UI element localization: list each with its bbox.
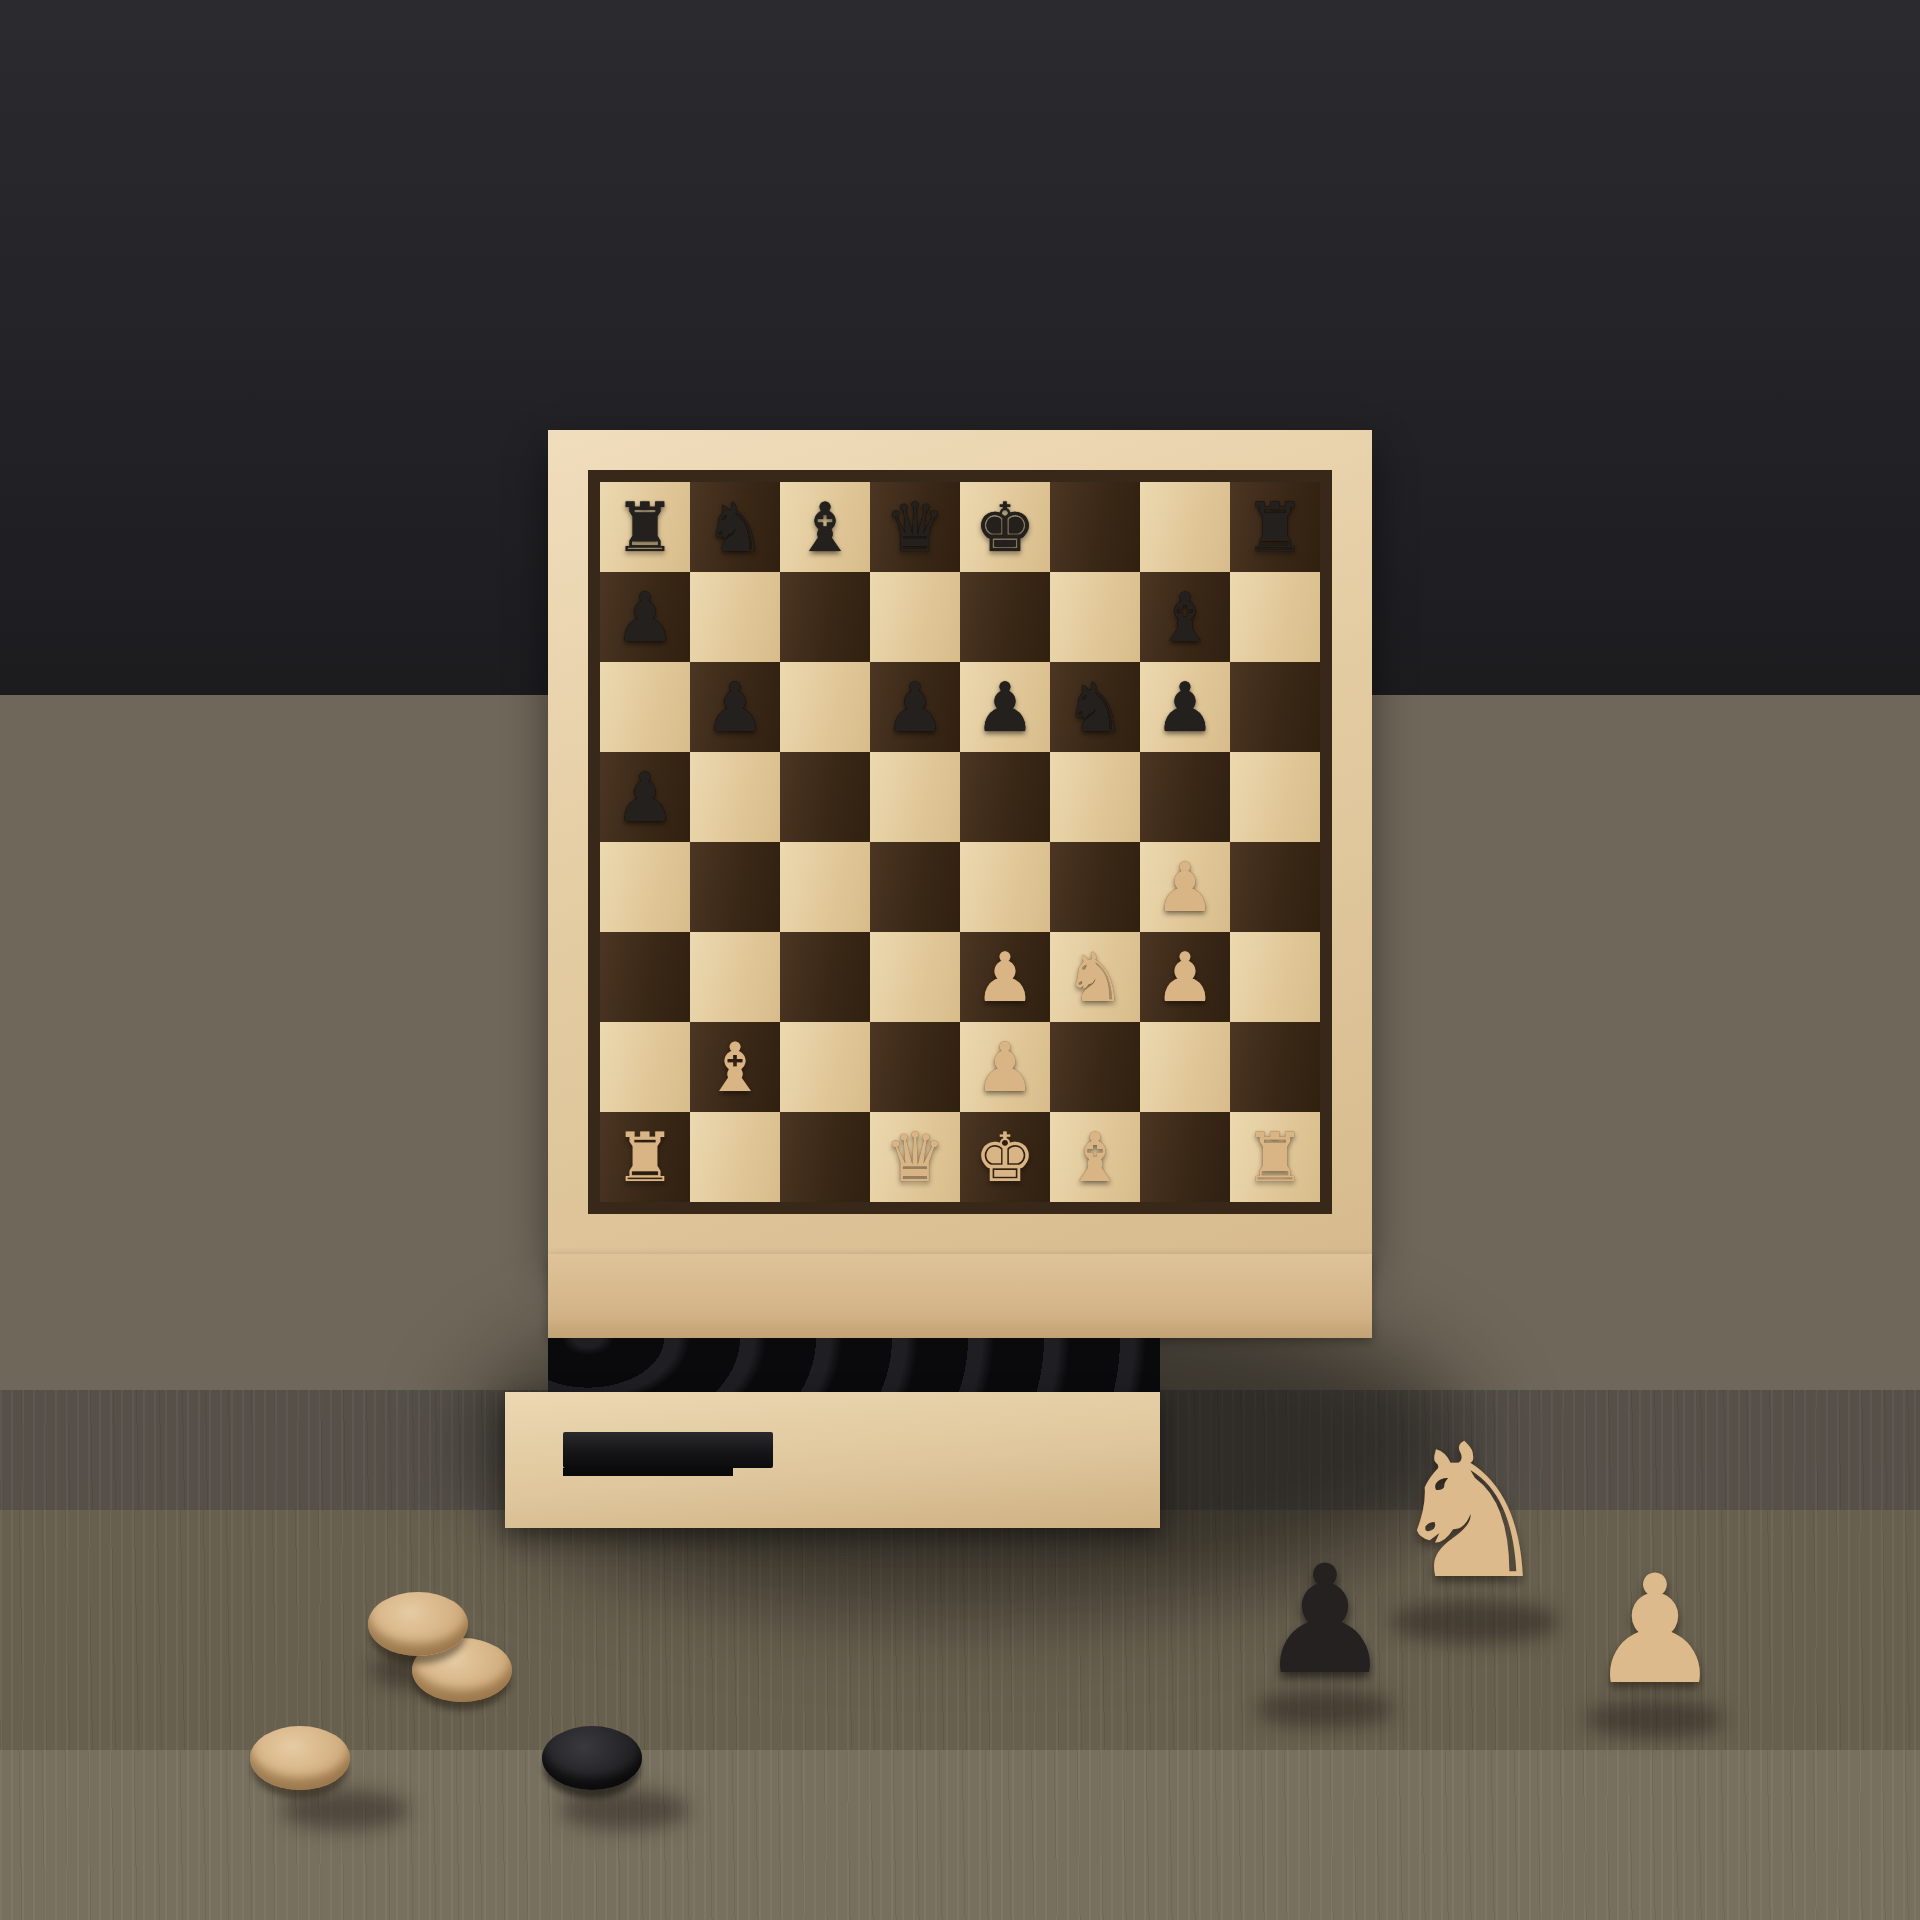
square-f3[interactable]: ♞ <box>1050 932 1140 1022</box>
pawn-icon: ♟ <box>1580 1555 1730 1705</box>
square-h6[interactable] <box>1230 662 1320 752</box>
white-rook-h1[interactable]: ♜ <box>1230 1112 1320 1202</box>
square-f1[interactable]: ♝ <box>1050 1112 1140 1202</box>
square-h3[interactable] <box>1230 932 1320 1022</box>
black-pawn-off-board[interactable]: ♟ <box>1250 1545 1400 1695</box>
square-b3[interactable] <box>690 932 780 1022</box>
square-d3[interactable] <box>870 932 960 1022</box>
square-b5[interactable] <box>690 752 780 842</box>
knight-icon: ♞ <box>1380 1420 1560 1605</box>
white-knight-off-board[interactable]: ♞ <box>1380 1420 1560 1605</box>
square-f8[interactable] <box>1050 482 1140 572</box>
square-g8[interactable] <box>1140 482 1230 572</box>
square-e7[interactable] <box>960 572 1050 662</box>
square-e8[interactable]: ♚ <box>960 482 1050 572</box>
white-pawn-off-board[interactable]: ♟ <box>1580 1555 1730 1705</box>
square-g4[interactable]: ♟ <box>1140 842 1230 932</box>
square-f2[interactable] <box>1050 1022 1140 1112</box>
square-a6[interactable] <box>600 662 690 752</box>
square-e1[interactable]: ♚ <box>960 1112 1050 1202</box>
square-a2[interactable] <box>600 1022 690 1112</box>
square-d8[interactable]: ♛ <box>870 482 960 572</box>
square-g6[interactable]: ♟ <box>1140 662 1230 752</box>
black-pawn-b6[interactable]: ♟ <box>690 662 780 752</box>
black-pawn-a5[interactable]: ♟ <box>600 752 690 842</box>
black-rook-h8[interactable]: ♜ <box>1230 482 1320 572</box>
white-rook-a1[interactable]: ♜ <box>600 1112 690 1202</box>
white-king-e1[interactable]: ♚ <box>960 1112 1050 1202</box>
white-queen-d1[interactable]: ♛ <box>870 1112 960 1202</box>
drawer-handle[interactable] <box>563 1432 773 1468</box>
square-b7[interactable] <box>690 572 780 662</box>
square-g3[interactable]: ♟ <box>1140 932 1230 1022</box>
board-frame: ♜♞♝♛♚♜♟♝♟♟♟♞♟♟♟♟♞♟♝♟♜♛♚♝♜ <box>548 430 1372 1254</box>
white-pawn-g4[interactable]: ♟ <box>1140 842 1230 932</box>
black-pawn-e6[interactable]: ♟ <box>960 662 1050 752</box>
white-bishop-f1[interactable]: ♝ <box>1050 1112 1140 1202</box>
square-e5[interactable] <box>960 752 1050 842</box>
square-c1[interactable] <box>780 1112 870 1202</box>
scene: ♜♞♝♛♚♜♟♝♟♟♟♞♟♟♟♟♞♟♝♟♜♛♚♝♜ ♞ ♟ ♟ <box>0 0 1920 1920</box>
white-bishop-b2[interactable]: ♝ <box>690 1022 780 1112</box>
square-f4[interactable] <box>1050 842 1140 932</box>
square-e2[interactable]: ♟ <box>960 1022 1050 1112</box>
black-knight-b8[interactable]: ♞ <box>690 482 780 572</box>
square-c7[interactable] <box>780 572 870 662</box>
square-f6[interactable]: ♞ <box>1050 662 1140 752</box>
square-e6[interactable]: ♟ <box>960 662 1050 752</box>
checker-disc-light-left[interactable] <box>250 1726 350 1790</box>
walnut-border-band: ♜♞♝♛♚♜♟♝♟♟♟♞♟♟♟♟♞♟♝♟♜♛♚♝♜ <box>588 470 1332 1214</box>
square-d5[interactable] <box>870 752 960 842</box>
square-g2[interactable] <box>1140 1022 1230 1112</box>
square-a7[interactable]: ♟ <box>600 572 690 662</box>
square-h8[interactable]: ♜ <box>1230 482 1320 572</box>
white-knight-f3[interactable]: ♞ <box>1050 932 1140 1022</box>
black-pawn-a7[interactable]: ♟ <box>600 572 690 662</box>
square-b6[interactable]: ♟ <box>690 662 780 752</box>
square-d2[interactable] <box>870 1022 960 1112</box>
square-h4[interactable] <box>1230 842 1320 932</box>
square-c5[interactable] <box>780 752 870 842</box>
white-pawn-e2[interactable]: ♟ <box>960 1022 1050 1112</box>
white-pawn-e3[interactable]: ♟ <box>960 932 1050 1022</box>
square-c3[interactable] <box>780 932 870 1022</box>
box-front-face <box>548 1254 1372 1338</box>
disc-shadow <box>280 1790 410 1830</box>
square-a4[interactable] <box>600 842 690 932</box>
black-king-e8[interactable]: ♚ <box>960 482 1050 572</box>
square-f5[interactable] <box>1050 752 1140 842</box>
chess-board[interactable]: ♜♞♝♛♚♜♟♝♟♟♟♞♟♟♟♟♞♟♝♟♜♛♚♝♜ <box>600 482 1320 1202</box>
square-h1[interactable]: ♜ <box>1230 1112 1320 1202</box>
checker-disc-dark[interactable] <box>542 1726 642 1790</box>
square-a8[interactable]: ♜ <box>600 482 690 572</box>
square-d4[interactable] <box>870 842 960 932</box>
square-e4[interactable] <box>960 842 1050 932</box>
disc-shadow <box>560 1790 690 1830</box>
square-a1[interactable]: ♜ <box>600 1112 690 1202</box>
square-c8[interactable]: ♝ <box>780 482 870 572</box>
square-d1[interactable]: ♛ <box>870 1112 960 1202</box>
black-knight-f6[interactable]: ♞ <box>1050 662 1140 752</box>
black-pawn-g6[interactable]: ♟ <box>1140 662 1230 752</box>
square-f7[interactable] <box>1050 572 1140 662</box>
checker-disc-light-upper[interactable] <box>368 1592 468 1656</box>
square-g7[interactable]: ♝ <box>1140 572 1230 662</box>
square-b8[interactable]: ♞ <box>690 482 780 572</box>
square-h7[interactable] <box>1230 572 1320 662</box>
square-c4[interactable] <box>780 842 870 932</box>
black-rook-a8[interactable]: ♜ <box>600 482 690 572</box>
square-b1[interactable] <box>690 1112 780 1202</box>
square-b4[interactable] <box>690 842 780 932</box>
square-h5[interactable] <box>1230 752 1320 842</box>
white-pawn-g3[interactable]: ♟ <box>1140 932 1230 1022</box>
square-e3[interactable]: ♟ <box>960 932 1050 1022</box>
black-bishop-c8[interactable]: ♝ <box>780 482 870 572</box>
square-c6[interactable] <box>780 662 870 752</box>
pawn-icon: ♟ <box>1250 1545 1400 1695</box>
black-bishop-g7[interactable]: ♝ <box>1140 572 1230 662</box>
black-queen-d8[interactable]: ♛ <box>870 482 960 572</box>
square-d7[interactable] <box>870 572 960 662</box>
square-a3[interactable] <box>600 932 690 1022</box>
square-g5[interactable] <box>1140 752 1230 842</box>
drawer-tray-slots <box>548 1338 1160 1392</box>
black-pawn-d6[interactable]: ♟ <box>870 662 960 752</box>
square-c2[interactable] <box>780 1022 870 1112</box>
square-d6[interactable]: ♟ <box>870 662 960 752</box>
storage-drawer[interactable] <box>505 1392 1160 1528</box>
square-g1[interactable] <box>1140 1112 1230 1202</box>
square-a5[interactable]: ♟ <box>600 752 690 842</box>
square-b2[interactable]: ♝ <box>690 1022 780 1112</box>
square-h2[interactable] <box>1230 1022 1320 1112</box>
